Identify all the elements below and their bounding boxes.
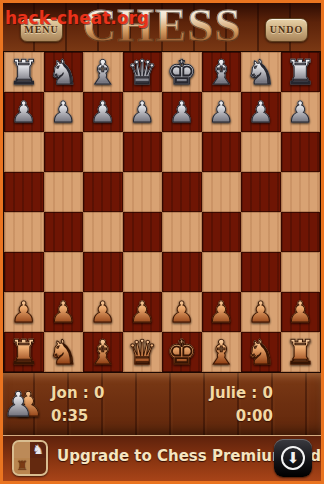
square-a5[interactable] [4,172,44,212]
square-c8[interactable]: ♝ [83,52,123,92]
player-info-bar: ♟ Jon : 0 0:35 Julie : 0 0:00 ♟ [3,373,321,435]
rook-icon: ♜ [14,458,30,474]
ad-banner[interactable]: ♞ ♜ Upgrade to Chess Premium today! ⬇ [3,435,321,481]
knight-icon: ♞ [30,442,46,458]
black-king[interactable]: ♚ [162,52,202,92]
square-f3[interactable] [202,252,242,292]
black-bishop[interactable]: ♝ [83,52,123,92]
white-pawn[interactable]: ♟ [83,292,123,332]
undo-button[interactable]: UNDO [265,18,308,42]
square-g4[interactable] [241,212,281,252]
square-g8[interactable]: ♞ [241,52,281,92]
square-g6[interactable] [241,132,281,172]
player-right: Julie : 0 0:00 [143,382,273,428]
black-pawn[interactable]: ♟ [241,92,281,132]
square-a2[interactable]: ♟ [4,292,44,332]
black-rook[interactable]: ♜ [281,52,321,92]
square-h7[interactable]: ♟ [281,92,321,132]
white-knight[interactable]: ♞ [44,332,84,372]
square-g7[interactable]: ♟ [241,92,281,132]
square-h2[interactable]: ♟ [281,292,321,332]
square-c7[interactable]: ♟ [83,92,123,132]
square-f2[interactable]: ♟ [202,292,242,332]
square-f8[interactable]: ♝ [202,52,242,92]
square-g1[interactable]: ♞ [241,332,281,372]
app-window: hack-cheat.org CHESS MENU UNDO ♜♞♝♛♚♝♞♜♟… [0,0,324,484]
square-a1[interactable]: ♜ [4,332,44,372]
square-e3[interactable] [162,252,202,292]
download-button[interactable]: ⬇ [274,439,312,477]
black-pawn[interactable]: ♟ [123,92,163,132]
square-f1[interactable]: ♝ [202,332,242,372]
square-a3[interactable] [4,252,44,292]
black-pawn[interactable]: ♟ [44,92,84,132]
download-icon: ⬇ [281,446,305,470]
white-bishop[interactable]: ♝ [83,332,123,372]
white-rook[interactable]: ♜ [4,332,44,372]
square-f4[interactable] [202,212,242,252]
square-e7[interactable]: ♟ [162,92,202,132]
square-a8[interactable]: ♜ [4,52,44,92]
player-right-clock: 0:00 [143,405,273,428]
black-pawn[interactable]: ♟ [281,92,321,132]
chess-board: ♜♞♝♛♚♝♞♜♟♟♟♟♟♟♟♟♟♟♟♟♟♟♟♟♜♞♝♛♚♝♞♜ [3,51,321,373]
white-rook[interactable]: ♜ [281,332,321,372]
white-pawn[interactable]: ♟ [44,292,84,332]
square-c6[interactable] [83,132,123,172]
square-c4[interactable] [83,212,123,252]
square-c3[interactable] [83,252,123,292]
white-pawn[interactable]: ♟ [241,292,281,332]
square-d4[interactable] [123,212,163,252]
square-e5[interactable] [162,172,202,212]
square-h5[interactable] [281,172,321,212]
white-bishop[interactable]: ♝ [202,332,242,372]
square-e4[interactable] [162,212,202,252]
square-h6[interactable] [281,132,321,172]
square-b8[interactable]: ♞ [44,52,84,92]
square-g2[interactable]: ♟ [241,292,281,332]
square-b4[interactable] [44,212,84,252]
black-knight[interactable]: ♞ [44,52,84,92]
black-pawn[interactable]: ♟ [202,92,242,132]
square-c2[interactable]: ♟ [83,292,123,332]
square-d5[interactable] [123,172,163,212]
square-b7[interactable]: ♟ [44,92,84,132]
square-e6[interactable] [162,132,202,172]
square-h4[interactable] [281,212,321,252]
watermark: hack-cheat.org [5,8,149,28]
white-pawn[interactable]: ♟ [281,292,321,332]
square-b6[interactable] [44,132,84,172]
black-pawn[interactable]: ♟ [4,92,44,132]
square-c5[interactable] [83,172,123,212]
white-pawn[interactable]: ♟ [162,292,202,332]
square-f6[interactable] [202,132,242,172]
square-g5[interactable] [241,172,281,212]
square-b2[interactable]: ♟ [44,292,84,332]
square-b5[interactable] [44,172,84,212]
square-h1[interactable]: ♜ [281,332,321,372]
black-pawn[interactable]: ♟ [83,92,123,132]
square-a7[interactable]: ♟ [4,92,44,132]
square-d7[interactable]: ♟ [123,92,163,132]
black-knight[interactable]: ♞ [241,52,281,92]
black-bishop[interactable]: ♝ [202,52,242,92]
square-d6[interactable] [123,132,163,172]
square-c1[interactable]: ♝ [83,332,123,372]
square-e1[interactable]: ♚ [162,332,202,372]
square-d2[interactable]: ♟ [123,292,163,332]
square-d3[interactable] [123,252,163,292]
chess-app-icon[interactable]: ♞ ♜ [12,440,48,476]
black-pawn[interactable]: ♟ [162,92,202,132]
square-a6[interactable] [4,132,44,172]
square-d8[interactable]: ♛ [123,52,163,92]
square-f7[interactable]: ♟ [202,92,242,132]
white-pawn[interactable]: ♟ [123,292,163,332]
square-h8[interactable]: ♜ [281,52,321,92]
square-f5[interactable] [202,172,242,212]
square-d1[interactable]: ♛ [123,332,163,372]
square-b3[interactable] [44,252,84,292]
white-pawn[interactable]: ♟ [202,292,242,332]
black-pawn-icon: ♟ [3,381,33,427]
black-queen[interactable]: ♛ [123,52,163,92]
white-queen[interactable]: ♛ [123,332,163,372]
player-right-score: Julie : 0 [143,382,273,405]
white-king[interactable]: ♚ [162,332,202,372]
square-e8[interactable]: ♚ [162,52,202,92]
white-knight[interactable]: ♞ [241,332,281,372]
square-b1[interactable]: ♞ [44,332,84,372]
square-h3[interactable] [281,252,321,292]
square-g3[interactable] [241,252,281,292]
black-rook[interactable]: ♜ [4,52,44,92]
square-e2[interactable]: ♟ [162,292,202,332]
white-pawn[interactable]: ♟ [4,292,44,332]
square-a4[interactable] [4,212,44,252]
